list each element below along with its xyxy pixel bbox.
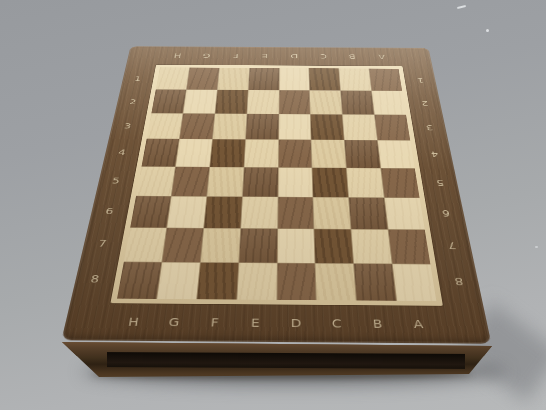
coord-bottom-C: C xyxy=(332,317,343,330)
square-e4 xyxy=(244,140,278,167)
square-g8 xyxy=(157,262,200,299)
coord-top-A: A xyxy=(377,53,385,60)
square-h4 xyxy=(142,139,179,166)
square-h3 xyxy=(147,114,183,139)
square-h7 xyxy=(124,228,166,262)
square-c7 xyxy=(315,229,354,263)
labels-bottom: HGFEDCBA xyxy=(110,303,442,343)
surface-speck xyxy=(535,246,538,248)
coord-left-2: 2 xyxy=(129,98,138,106)
square-e1 xyxy=(248,68,278,90)
square-f5 xyxy=(207,167,243,196)
square-d5 xyxy=(278,167,313,196)
square-d8 xyxy=(277,263,316,300)
square-a3 xyxy=(375,115,410,140)
coord-right-1: 1 xyxy=(416,77,425,84)
coord-right-7: 7 xyxy=(446,241,457,252)
square-g1 xyxy=(187,68,219,90)
square-g2 xyxy=(183,90,216,114)
coord-top-F: F xyxy=(232,53,239,60)
square-b3 xyxy=(343,115,377,140)
square-d1 xyxy=(279,68,309,90)
square-d6 xyxy=(278,197,314,228)
surface-speck xyxy=(486,29,489,32)
coord-top-B: B xyxy=(348,53,356,60)
square-a6 xyxy=(385,198,425,229)
coord-right-2: 2 xyxy=(420,100,429,108)
square-c1 xyxy=(309,68,340,90)
square-c8 xyxy=(316,264,356,301)
square-g6 xyxy=(167,196,206,227)
square-e2 xyxy=(247,90,278,114)
square-g7 xyxy=(162,228,203,262)
coord-right-3: 3 xyxy=(425,124,434,132)
chessboard-photo: HGFEDCBA HGFEDCBA 12345678 12345678 xyxy=(0,0,546,410)
square-c5 xyxy=(313,168,349,197)
coord-bottom-B: B xyxy=(372,317,384,330)
coord-right-8: 8 xyxy=(453,276,465,288)
coord-left-4: 4 xyxy=(118,148,128,157)
coord-right-4: 4 xyxy=(429,150,439,159)
square-b8 xyxy=(354,264,396,301)
board-squares xyxy=(117,67,436,301)
maple-inner-border xyxy=(110,65,442,306)
coord-right-5: 5 xyxy=(435,178,445,187)
square-f8 xyxy=(197,263,238,300)
square-d4 xyxy=(278,140,311,167)
square-c3 xyxy=(311,115,344,140)
square-b7 xyxy=(352,229,392,263)
square-e3 xyxy=(246,114,279,139)
square-a1 xyxy=(369,69,402,91)
square-h2 xyxy=(151,90,185,114)
square-f4 xyxy=(210,140,245,167)
coord-left-8: 8 xyxy=(90,273,102,285)
coord-top-H: H xyxy=(173,52,182,59)
square-a2 xyxy=(372,91,406,115)
square-d2 xyxy=(279,90,310,114)
square-c6 xyxy=(314,197,351,228)
coord-left-6: 6 xyxy=(105,206,116,216)
square-b5 xyxy=(347,168,384,197)
square-h6 xyxy=(130,196,170,227)
square-g5 xyxy=(172,167,209,196)
square-f2 xyxy=(215,90,247,114)
square-f1 xyxy=(217,68,248,90)
square-b4 xyxy=(345,140,381,167)
square-c2 xyxy=(310,91,342,115)
chessboard: HGFEDCBA HGFEDCBA 12345678 12345678 xyxy=(61,46,491,344)
coord-left-5: 5 xyxy=(111,176,121,185)
square-f6 xyxy=(204,197,242,228)
coord-left-3: 3 xyxy=(123,122,132,130)
coord-top-G: G xyxy=(202,52,211,59)
square-d7 xyxy=(277,229,315,263)
square-f7 xyxy=(201,228,240,262)
drawer-slot xyxy=(107,352,465,369)
coord-left-7: 7 xyxy=(97,238,108,249)
square-h1 xyxy=(156,67,189,89)
coord-bottom-G: G xyxy=(168,316,181,329)
coord-top-C: C xyxy=(319,53,327,60)
coord-bottom-H: H xyxy=(127,315,140,328)
coord-bottom-E: E xyxy=(251,316,261,329)
coord-right-6: 6 xyxy=(440,208,451,218)
square-e5 xyxy=(243,167,278,196)
square-b2 xyxy=(341,91,374,115)
square-g4 xyxy=(176,139,212,166)
coord-bottom-D: D xyxy=(291,317,303,330)
square-b6 xyxy=(349,198,387,229)
square-h5 xyxy=(136,167,175,196)
coord-top-E: E xyxy=(261,53,268,60)
square-e7 xyxy=(239,229,277,263)
labels-top: HGFEDCBA xyxy=(161,46,397,66)
square-h8 xyxy=(117,262,161,299)
square-d3 xyxy=(279,114,311,139)
square-e8 xyxy=(237,263,276,300)
square-a4 xyxy=(378,141,415,168)
square-g3 xyxy=(180,114,215,139)
coord-top-D: D xyxy=(290,53,298,60)
square-a7 xyxy=(389,230,431,264)
square-f3 xyxy=(213,114,247,139)
square-e6 xyxy=(241,197,277,228)
square-a5 xyxy=(381,168,419,197)
square-a8 xyxy=(393,264,437,301)
square-b1 xyxy=(339,68,371,90)
coord-bottom-A: A xyxy=(413,317,425,330)
coord-bottom-F: F xyxy=(210,316,220,329)
coord-left-1: 1 xyxy=(134,75,143,82)
square-c4 xyxy=(312,140,346,167)
surface-scratch xyxy=(457,5,466,9)
